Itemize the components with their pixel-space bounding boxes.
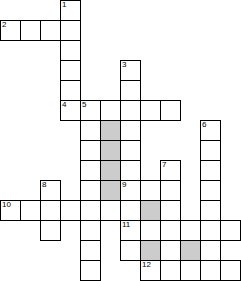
- crossword-cell[interactable]: 11: [120, 220, 141, 241]
- crossword-cell-shaded: [100, 120, 121, 141]
- crossword-cell[interactable]: [200, 240, 221, 261]
- crossword-cell-shaded: [100, 180, 121, 201]
- crossword-cell[interactable]: [20, 200, 41, 221]
- crossword-cell[interactable]: [160, 220, 181, 241]
- crossword-cell[interactable]: 5: [80, 100, 101, 121]
- crossword-cell[interactable]: 2: [0, 20, 21, 41]
- crossword-cell[interactable]: [20, 20, 41, 41]
- crossword-cell[interactable]: [120, 200, 141, 221]
- crossword-cell[interactable]: [80, 180, 101, 201]
- crossword-cell[interactable]: [80, 200, 101, 221]
- crossword-cell-shaded: [180, 240, 201, 261]
- crossword-cell[interactable]: [160, 240, 181, 261]
- clue-number: 2: [2, 21, 6, 29]
- crossword-cell[interactable]: [80, 220, 101, 241]
- crossword-cell[interactable]: 10: [0, 200, 21, 221]
- crossword-cell[interactable]: [80, 160, 101, 181]
- crossword-cell[interactable]: [220, 260, 241, 281]
- crossword-board: 123456789101112: [0, 0, 241, 281]
- crossword-cell[interactable]: [160, 100, 181, 121]
- crossword-cell[interactable]: [100, 200, 121, 221]
- crossword-cell[interactable]: 1: [60, 0, 81, 21]
- clue-number: 1: [62, 1, 66, 9]
- clue-number: 10: [2, 201, 11, 209]
- clue-number: 3: [122, 61, 126, 69]
- crossword-cell[interactable]: [140, 180, 161, 201]
- crossword-cell[interactable]: [60, 40, 81, 61]
- crossword-cell[interactable]: 12: [140, 260, 161, 281]
- crossword-cell[interactable]: [140, 220, 161, 241]
- clue-number: 9: [122, 181, 126, 189]
- crossword-cell-shaded: [100, 160, 121, 181]
- crossword-cell[interactable]: [180, 220, 201, 241]
- crossword-cell[interactable]: [60, 80, 81, 101]
- crossword-cell[interactable]: [120, 120, 141, 141]
- crossword-cell[interactable]: [80, 140, 101, 161]
- clue-number: 4: [62, 101, 66, 109]
- crossword-cell[interactable]: [200, 180, 221, 201]
- clue-number: 6: [202, 121, 206, 129]
- crossword-cell[interactable]: [60, 60, 81, 81]
- crossword-cell[interactable]: [200, 200, 221, 221]
- crossword-cell[interactable]: 3: [120, 60, 141, 81]
- crossword-cell[interactable]: [120, 100, 141, 121]
- crossword-cell[interactable]: [200, 160, 221, 181]
- crossword-cell[interactable]: [200, 260, 221, 281]
- crossword-cell[interactable]: [80, 260, 101, 281]
- crossword-cell[interactable]: [40, 20, 61, 41]
- crossword-cell[interactable]: 6: [200, 120, 221, 141]
- crossword-cell[interactable]: 9: [120, 180, 141, 201]
- clue-number: 5: [82, 101, 86, 109]
- crossword-cell-shaded: [140, 200, 161, 221]
- clue-number: 12: [142, 261, 151, 269]
- crossword-cell[interactable]: [160, 260, 181, 281]
- clue-number: 11: [122, 221, 130, 229]
- crossword-cell[interactable]: [120, 140, 141, 161]
- crossword-cell[interactable]: [160, 200, 181, 221]
- crossword-cell[interactable]: 4: [60, 100, 81, 121]
- crossword-cell[interactable]: [160, 180, 181, 201]
- crossword-cell[interactable]: [200, 140, 221, 161]
- crossword-cell[interactable]: [140, 100, 161, 121]
- crossword-cell[interactable]: [60, 20, 81, 41]
- crossword-cell[interactable]: [120, 80, 141, 101]
- crossword-cell[interactable]: 7: [160, 160, 181, 181]
- crossword-cell[interactable]: [120, 160, 141, 181]
- crossword-cell[interactable]: [220, 220, 241, 241]
- crossword-cell[interactable]: [40, 220, 61, 241]
- clue-number: 7: [162, 161, 166, 169]
- crossword-cell-shaded: [100, 140, 121, 161]
- crossword-cell[interactable]: [80, 240, 101, 261]
- crossword-cell[interactable]: [40, 200, 61, 221]
- crossword-cell[interactable]: 8: [40, 180, 61, 201]
- clue-number: 8: [42, 181, 46, 189]
- crossword-cell[interactable]: [200, 220, 221, 241]
- crossword-cell[interactable]: [60, 200, 81, 221]
- crossword-cell[interactable]: [80, 120, 101, 141]
- crossword-cell[interactable]: [100, 100, 121, 121]
- crossword-cell[interactable]: [180, 260, 201, 281]
- crossword-cell-shaded: [140, 240, 161, 261]
- crossword-cell[interactable]: [120, 240, 141, 261]
